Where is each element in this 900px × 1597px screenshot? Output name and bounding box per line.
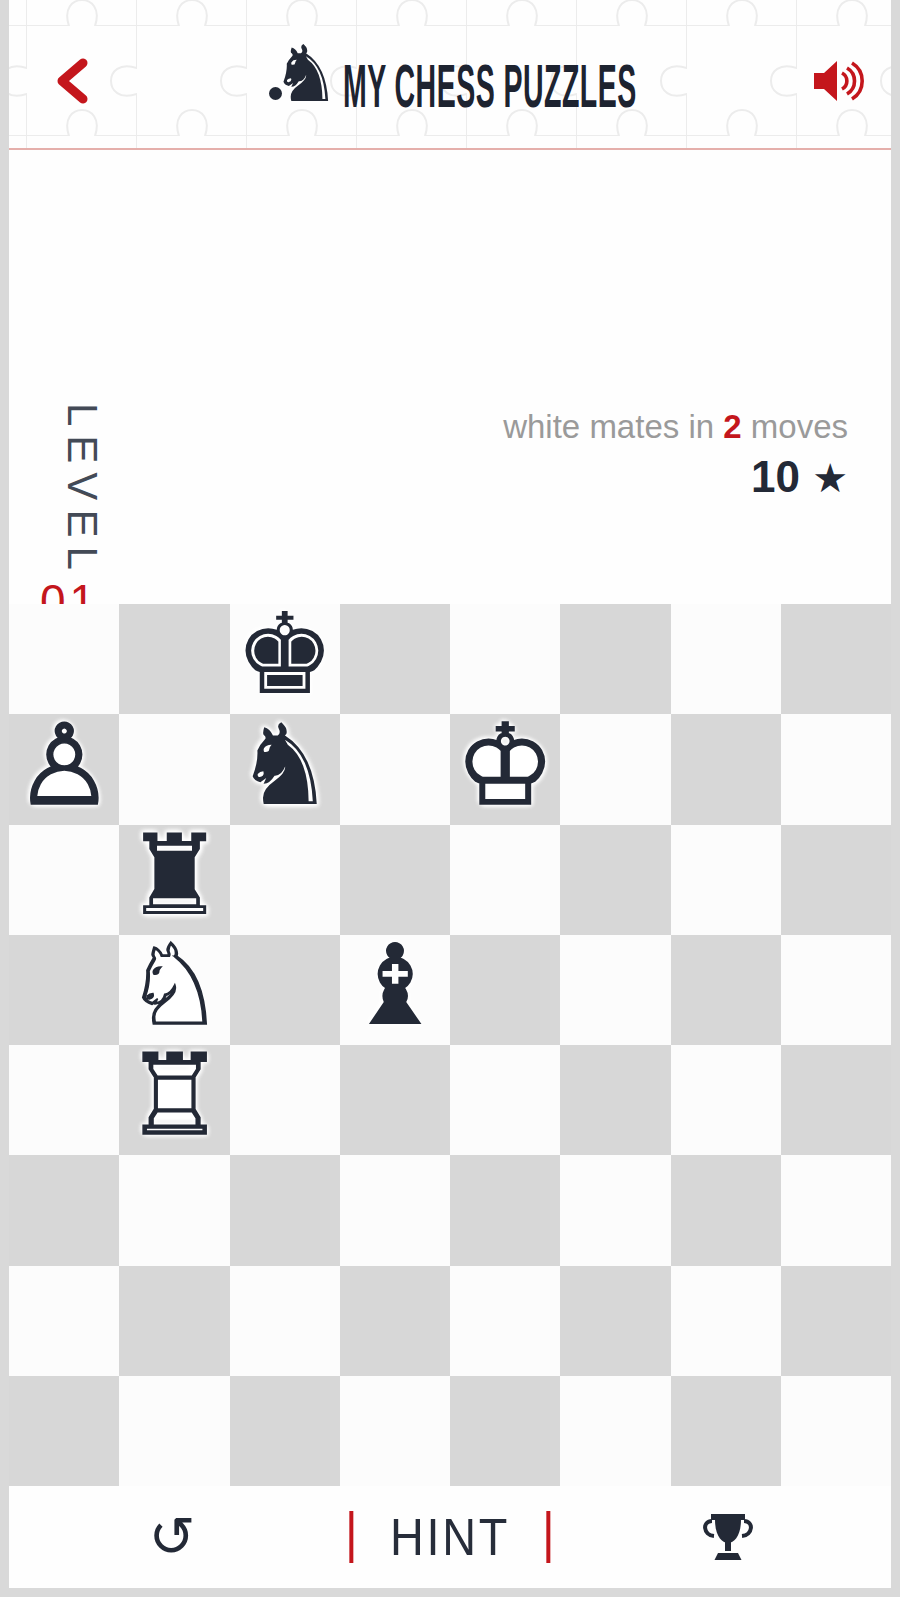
square-h4[interactable] xyxy=(781,1045,891,1155)
hint-right-bar xyxy=(547,1511,551,1563)
square-h8[interactable] xyxy=(781,604,891,714)
square-f2[interactable] xyxy=(560,1266,670,1376)
square-h3[interactable] xyxy=(781,1155,891,1265)
trophy-icon xyxy=(705,1514,751,1560)
square-h1[interactable] xyxy=(781,1376,891,1486)
square-f4[interactable] xyxy=(560,1045,670,1155)
stars-count: 10 xyxy=(751,452,800,501)
square-d3[interactable] xyxy=(340,1155,450,1265)
square-e2[interactable] xyxy=(450,1266,560,1376)
square-b1[interactable] xyxy=(119,1376,229,1486)
square-h6[interactable] xyxy=(781,825,891,935)
square-e1[interactable] xyxy=(450,1376,560,1486)
white-knight[interactable]: ♘ xyxy=(119,935,229,1041)
objective-suffix: moves xyxy=(742,408,848,445)
square-c1[interactable] xyxy=(230,1376,340,1486)
white-king[interactable]: ♔ xyxy=(450,714,560,820)
square-e7[interactable]: ♚♔ xyxy=(450,714,560,824)
speaker-icon xyxy=(814,61,862,101)
white-pawn[interactable]: ♙ xyxy=(9,714,119,820)
square-a1[interactable] xyxy=(9,1376,119,1486)
square-f7[interactable] xyxy=(560,714,670,824)
objective-prefix: white mates in xyxy=(503,408,723,445)
puzzle-objective: white mates in 2 moves xyxy=(503,408,848,446)
square-e8[interactable] xyxy=(450,604,560,714)
square-d4[interactable] xyxy=(340,1045,450,1155)
puzzle-info-panel: LEVEL 01 white mates in 2 moves 10 ★ xyxy=(9,150,891,604)
square-b2[interactable] xyxy=(119,1266,229,1376)
hint-label: HINT xyxy=(390,1507,510,1567)
square-f5[interactable] xyxy=(560,935,670,1045)
square-c4[interactable] xyxy=(230,1045,340,1155)
black-rook[interactable]: ♜ xyxy=(119,825,229,931)
footer-bar: ↺ HINT xyxy=(9,1486,891,1588)
square-c2[interactable] xyxy=(230,1266,340,1376)
square-d6[interactable] xyxy=(340,825,450,935)
square-g1[interactable] xyxy=(671,1376,781,1486)
square-a6[interactable] xyxy=(9,825,119,935)
square-d5[interactable]: ♝ xyxy=(340,935,450,1045)
square-b8[interactable] xyxy=(119,604,229,714)
square-d7[interactable] xyxy=(340,714,450,824)
square-a4[interactable] xyxy=(9,1045,119,1155)
chess-board: ♚♟♙♞♚♔♜♞♘♝♜♖ xyxy=(9,604,891,1486)
square-g8[interactable] xyxy=(671,604,781,714)
back-button[interactable] xyxy=(53,56,91,106)
square-a8[interactable] xyxy=(9,604,119,714)
black-bishop[interactable]: ♝ xyxy=(340,935,450,1041)
square-c3[interactable] xyxy=(230,1155,340,1265)
puzzle-knob-icon xyxy=(269,87,282,100)
square-g7[interactable] xyxy=(671,714,781,824)
level-label: LEVEL xyxy=(58,403,106,579)
square-c7[interactable]: ♞ xyxy=(230,714,340,824)
square-g2[interactable] xyxy=(671,1266,781,1376)
black-knight[interactable]: ♞ xyxy=(230,714,340,820)
header-bar: ♞ MY CHESS PUZZLES xyxy=(9,0,891,150)
square-a5[interactable] xyxy=(9,935,119,1045)
square-g3[interactable] xyxy=(671,1155,781,1265)
reset-icon: ↺ xyxy=(149,1504,196,1569)
hint-button[interactable]: HINT xyxy=(349,1486,550,1588)
square-f8[interactable] xyxy=(560,604,670,714)
square-d1[interactable] xyxy=(340,1376,450,1486)
hint-left-bar xyxy=(349,1511,353,1563)
square-b4[interactable]: ♜♖ xyxy=(119,1045,229,1155)
square-h2[interactable] xyxy=(781,1266,891,1376)
square-a2[interactable] xyxy=(9,1266,119,1376)
objective-moves-count: 2 xyxy=(723,408,741,445)
stars-line: 10 ★ xyxy=(751,452,848,502)
square-h5[interactable] xyxy=(781,935,891,1045)
square-b3[interactable] xyxy=(119,1155,229,1265)
chevron-left-icon xyxy=(62,63,83,99)
app-frame: ♞ MY CHESS PUZZLES LEVEL 01 white mates … xyxy=(9,0,891,1597)
square-h7[interactable] xyxy=(781,714,891,824)
square-c8[interactable]: ♚ xyxy=(230,604,340,714)
square-e5[interactable] xyxy=(450,935,560,1045)
square-g6[interactable] xyxy=(671,825,781,935)
square-b5[interactable]: ♞♘ xyxy=(119,935,229,1045)
square-e6[interactable] xyxy=(450,825,560,935)
app-logo: ♞ xyxy=(271,28,333,120)
square-g5[interactable] xyxy=(671,935,781,1045)
square-f6[interactable] xyxy=(560,825,670,935)
app-title: MY CHESS PUZZLES xyxy=(343,50,637,121)
square-c5[interactable] xyxy=(230,935,340,1045)
square-d2[interactable] xyxy=(340,1266,450,1376)
square-e4[interactable] xyxy=(450,1045,560,1155)
square-c6[interactable] xyxy=(230,825,340,935)
star-icon: ★ xyxy=(812,455,848,501)
black-king[interactable]: ♚ xyxy=(230,604,340,710)
knight-puzzle-icon: ♞ xyxy=(271,28,333,120)
sound-button[interactable] xyxy=(811,56,865,106)
white-rook[interactable]: ♖ xyxy=(119,1045,229,1151)
square-f3[interactable] xyxy=(560,1155,670,1265)
square-b7[interactable] xyxy=(119,714,229,824)
reset-button[interactable]: ↺ xyxy=(137,1504,207,1574)
square-a3[interactable] xyxy=(9,1155,119,1265)
trophy-button[interactable] xyxy=(699,1508,757,1566)
square-d8[interactable] xyxy=(340,604,450,714)
square-g4[interactable] xyxy=(671,1045,781,1155)
square-f1[interactable] xyxy=(560,1376,670,1486)
square-e3[interactable] xyxy=(450,1155,560,1265)
square-a7[interactable]: ♟♙ xyxy=(9,714,119,824)
square-b6[interactable]: ♜ xyxy=(119,825,229,935)
